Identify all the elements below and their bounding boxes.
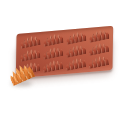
mold-cavity bbox=[42, 58, 63, 73]
mold-cavity bbox=[65, 43, 86, 58]
product-photo-scene bbox=[0, 0, 120, 120]
mold-cavity bbox=[65, 56, 86, 71]
cavity-grid bbox=[20, 29, 109, 74]
mold-cavity bbox=[88, 41, 109, 56]
mold-cavity bbox=[20, 34, 41, 49]
mold-cavity bbox=[20, 47, 41, 62]
mold-cavity bbox=[43, 45, 64, 60]
mold-cavity bbox=[43, 32, 64, 47]
mold-cavity bbox=[66, 30, 87, 45]
mold-cavity bbox=[88, 28, 109, 43]
mold-cavity bbox=[88, 54, 109, 69]
